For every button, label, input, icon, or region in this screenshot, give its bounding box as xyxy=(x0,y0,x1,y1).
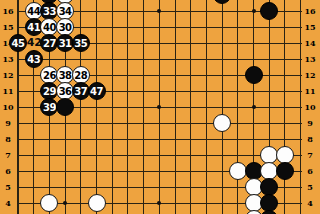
move-number: 37 xyxy=(74,86,87,97)
white-stone xyxy=(40,194,58,212)
move-number: 47 xyxy=(90,86,103,97)
grid-line-horizontal xyxy=(17,139,302,140)
star-point xyxy=(252,9,256,13)
row-label-right: 11 xyxy=(302,86,318,96)
black-stone xyxy=(260,2,278,20)
grid-line-horizontal xyxy=(17,59,302,60)
move-number: 40 xyxy=(43,22,56,33)
move-number: 38 xyxy=(59,70,72,81)
move-number: 27 xyxy=(43,38,56,49)
grid-line-horizontal xyxy=(17,123,302,124)
move-number: 43 xyxy=(27,54,40,65)
row-label-right: 4 xyxy=(302,198,318,208)
row-label-left: 8 xyxy=(0,134,16,144)
row-label-left: 7 xyxy=(0,150,16,160)
white-stone xyxy=(213,114,231,132)
row-label-right: 15 xyxy=(302,22,318,32)
black-stone xyxy=(56,98,74,116)
star-point xyxy=(252,105,256,109)
move-number: 34 xyxy=(59,6,72,17)
white-stone xyxy=(245,210,263,214)
black-stone-move-35: 35 xyxy=(72,34,90,52)
row-label-right: 10 xyxy=(302,102,318,112)
row-label-right: 7 xyxy=(302,150,318,160)
star-point xyxy=(63,201,67,205)
star-point xyxy=(157,105,161,109)
row-label-right: 12 xyxy=(302,70,318,80)
row-label-left: 15 xyxy=(0,22,16,32)
row-label-right: 8 xyxy=(302,134,318,144)
row-label-right: 14 xyxy=(302,38,318,48)
go-board-diagram: 1616151514141313121211111010998877665544… xyxy=(0,0,320,214)
move-number: 36 xyxy=(59,86,72,97)
move-number: 30 xyxy=(59,22,72,33)
move-number: 39 xyxy=(43,102,56,113)
row-label-left: 5 xyxy=(0,182,16,192)
move-number: 35 xyxy=(74,38,87,49)
row-label-right: 16 xyxy=(302,6,318,16)
grid-line-horizontal xyxy=(17,155,302,156)
move-number: 28 xyxy=(74,70,87,81)
star-point xyxy=(157,201,161,205)
go-board: 1616151514141313121211111010998877665544… xyxy=(0,0,320,214)
row-label-left: 4 xyxy=(0,198,16,208)
row-label-left: 10 xyxy=(0,102,16,112)
move-number: 45 xyxy=(12,38,25,49)
move-number: 29 xyxy=(43,86,56,97)
black-stone xyxy=(276,162,294,180)
move-number: 41 xyxy=(27,22,40,33)
row-label-right: 5 xyxy=(302,182,318,192)
black-stone-move-43: 43 xyxy=(25,50,43,68)
row-label-left: 12 xyxy=(0,70,16,80)
black-stone xyxy=(213,0,231,4)
black-stone-move-45: 45 xyxy=(9,34,27,52)
white-stone xyxy=(88,194,106,212)
row-label-left: 6 xyxy=(0,166,16,176)
row-label-right: 6 xyxy=(302,166,318,176)
row-label-left: 11 xyxy=(0,86,16,96)
row-label-right: 13 xyxy=(302,54,318,64)
row-label-left: 16 xyxy=(0,6,16,16)
move-number: 26 xyxy=(43,70,56,81)
move-number: 33 xyxy=(43,6,56,17)
row-label-left: 9 xyxy=(0,118,16,128)
black-stone xyxy=(245,66,263,84)
move-number: 31 xyxy=(59,38,72,49)
move-number: 44 xyxy=(27,6,40,17)
row-label-left: 13 xyxy=(0,54,16,64)
black-stone xyxy=(260,210,278,214)
black-stone-move-47: 47 xyxy=(88,82,106,100)
row-label-right: 9 xyxy=(302,118,318,128)
star-point xyxy=(157,9,161,13)
